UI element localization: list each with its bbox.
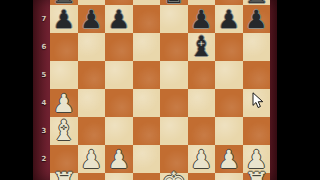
rank-label-5: 5 [39,71,49,79]
square-e4[interactable] [160,89,188,117]
piece-white-pawn-a4[interactable]: ♟ [53,91,75,116]
square-c7[interactable]: ♟ [105,5,133,33]
square-a4[interactable]: ♟ [50,89,78,117]
square-b7[interactable]: ♟ [78,5,106,33]
square-e3[interactable] [160,117,188,145]
piece-black-bishop-f6[interactable]: ♝ [189,33,214,61]
square-d3[interactable] [133,117,161,145]
square-h3[interactable] [243,117,271,145]
rank-label-2: 2 [39,155,49,163]
piece-white-rook-h1[interactable]: ♜ [244,169,269,180]
square-d4[interactable] [133,89,161,117]
piece-white-king-e1[interactable]: ♚ [161,169,186,180]
square-d5[interactable] [133,61,161,89]
square-g6[interactable] [215,33,243,61]
piece-black-pawn-c7[interactable]: ♟ [108,7,130,32]
square-e1[interactable]: ♚ [160,173,188,180]
square-c5[interactable] [105,61,133,89]
square-f5[interactable] [188,61,216,89]
square-f2[interactable]: ♟ [188,145,216,173]
square-e7[interactable] [160,5,188,33]
square-d7[interactable] [133,5,161,33]
square-b6[interactable] [78,33,106,61]
square-f3[interactable] [188,117,216,145]
piece-white-pawn-c2[interactable]: ♟ [108,147,130,172]
square-a7[interactable]: ♟ [50,5,78,33]
square-c2[interactable]: ♟ [105,145,133,173]
piece-white-pawn-g2[interactable]: ♟ [218,147,240,172]
square-e6[interactable] [160,33,188,61]
square-g4[interactable] [215,89,243,117]
piece-black-pawn-a7[interactable]: ♟ [53,7,75,32]
square-g1[interactable] [215,173,243,180]
square-c4[interactable] [105,89,133,117]
square-a6[interactable] [50,33,78,61]
rank-label-4: 4 [39,99,49,107]
square-b4[interactable] [78,89,106,117]
square-c1[interactable] [105,173,133,180]
square-g3[interactable] [215,117,243,145]
square-b2[interactable]: ♟ [78,145,106,173]
rank-label-6: 6 [39,43,49,51]
square-d6[interactable] [133,33,161,61]
chess-board[interactable]: ♜♚♜♟♟♟♟♟♟♝♟♝♟♟♟♟♟♜♚♜ [50,0,270,180]
piece-black-pawn-b7[interactable]: ♟ [80,7,102,32]
rank-label-7: 7 [39,15,49,23]
square-b3[interactable] [78,117,106,145]
piece-black-pawn-g7[interactable]: ♟ [218,7,240,32]
square-f4[interactable] [188,89,216,117]
piece-white-pawn-f2[interactable]: ♟ [190,147,212,172]
square-a5[interactable] [50,61,78,89]
square-e5[interactable] [160,61,188,89]
square-b1[interactable] [78,173,106,180]
piece-white-pawn-b2[interactable]: ♟ [80,147,102,172]
square-a3[interactable]: ♝ [50,117,78,145]
square-a1[interactable]: ♜ [50,173,78,180]
square-d2[interactable] [133,145,161,173]
square-c6[interactable] [105,33,133,61]
square-c3[interactable] [105,117,133,145]
square-g2[interactable]: ♟ [215,145,243,173]
square-d1[interactable] [133,173,161,180]
piece-black-pawn-f7[interactable]: ♟ [190,7,212,32]
square-h7[interactable]: ♟ [243,5,271,33]
piece-black-pawn-h7[interactable]: ♟ [245,7,267,32]
square-f7[interactable]: ♟ [188,5,216,33]
square-g5[interactable] [215,61,243,89]
video-frame: ♜♚♜♟♟♟♟♟♟♝♟♝♟♟♟♟♟♜♚♜ 765432 [0,0,320,180]
square-h5[interactable] [243,61,271,89]
square-b5[interactable] [78,61,106,89]
square-f1[interactable] [188,173,216,180]
square-h1[interactable]: ♜ [243,173,271,180]
rank-label-3: 3 [39,127,49,135]
square-f6[interactable]: ♝ [188,33,216,61]
mouse-cursor [252,92,264,109]
piece-white-rook-a1[interactable]: ♜ [51,169,76,180]
square-g7[interactable]: ♟ [215,5,243,33]
piece-white-bishop-a3[interactable]: ♝ [51,117,76,145]
square-h6[interactable] [243,33,271,61]
